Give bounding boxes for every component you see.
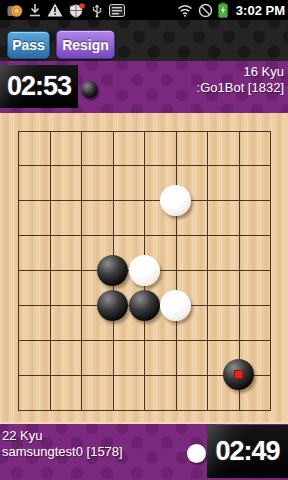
- no-signal-icon: [198, 3, 213, 18]
- pass-button[interactable]: Pass: [7, 31, 50, 59]
- warning-icon: [47, 3, 63, 17]
- top-player-info: 16 Kyu :Go1Bot [1832]: [197, 64, 284, 96]
- keyboard-icon: [109, 4, 125, 17]
- grid-line: [18, 340, 271, 341]
- bottom-player-clock: 02:49: [207, 425, 288, 478]
- stone-black-D5: [97, 255, 128, 286]
- bottom-player-info: 22 Kyu samsungtest0 [1578]: [2, 428, 123, 460]
- black-stone-icon: [81, 81, 98, 98]
- grid-line: [18, 410, 271, 411]
- usb-debugging-icon: [91, 3, 103, 18]
- top-player-clock: 02:53: [0, 65, 78, 108]
- go-board[interactable]: [0, 113, 288, 424]
- top-player-bar: 02:53 16 Kyu :Go1Bot [1832]: [0, 61, 288, 113]
- resign-button[interactable]: Resign: [56, 30, 115, 59]
- stone-white-F4: [160, 290, 191, 321]
- grid-line: [270, 131, 271, 411]
- stone-black-H2: [223, 359, 254, 390]
- grid-line: [207, 131, 208, 411]
- stone-white-E5: [129, 255, 160, 286]
- download-icon: [29, 3, 41, 18]
- battery-charging-icon: [218, 2, 228, 18]
- bottom-player-rank: 22 Kyu: [2, 428, 123, 444]
- top-player-name: :Go1Bot [1832]: [197, 80, 284, 96]
- bottom-player-name: samsungtest0 [1578]: [2, 444, 123, 460]
- status-icons-left: [3, 3, 125, 18]
- stone-white-F7: [160, 185, 191, 216]
- app-notification-icon: [7, 3, 23, 18]
- status-clock: 3:02 PM: [236, 3, 285, 18]
- status-icons-right: 3:02 PM: [177, 2, 285, 18]
- status-bar[interactable]: 3:02 PM: [0, 0, 288, 20]
- shield-alert-icon: [69, 3, 85, 18]
- grid-line: [176, 131, 177, 411]
- go-app-screen: 3:02 PM Pass Resign 02:53 16 Kyu :Go1Bot…: [0, 0, 288, 480]
- action-bar: Pass Resign: [0, 20, 288, 61]
- wifi-icon: [177, 4, 193, 17]
- top-player-rank: 16 Kyu: [197, 64, 284, 80]
- stone-black-D4: [97, 290, 128, 321]
- stone-black-E4: [129, 290, 160, 321]
- white-stone-icon: [187, 444, 206, 463]
- bottom-player-bar: 22 Kyu samsungtest0 [1578] 02:49: [0, 424, 288, 480]
- last-move-marker: [234, 370, 243, 379]
